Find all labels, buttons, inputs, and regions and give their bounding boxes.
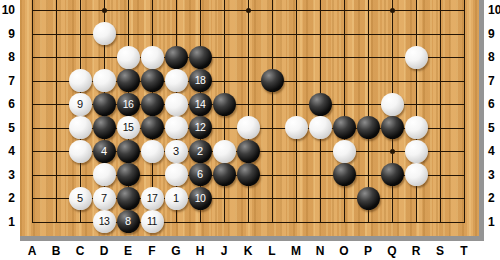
row-label-right: 4 bbox=[488, 143, 500, 159]
row-label-left: 6 bbox=[0, 96, 15, 112]
column-label: O bbox=[332, 243, 356, 259]
row-label-right: 10 bbox=[488, 2, 500, 18]
white-stone[interactable] bbox=[141, 46, 164, 69]
black-stone[interactable] bbox=[333, 116, 356, 139]
black-stone[interactable]: 6 bbox=[189, 163, 212, 186]
white-stone[interactable]: 5 bbox=[69, 187, 92, 210]
black-stone[interactable] bbox=[93, 93, 116, 116]
black-stone[interactable] bbox=[117, 187, 140, 210]
white-stone[interactable]: 13 bbox=[93, 210, 116, 233]
black-stone[interactable]: 18 bbox=[189, 69, 212, 92]
column-label: B bbox=[44, 243, 68, 259]
black-stone[interactable] bbox=[381, 163, 404, 186]
white-stone[interactable] bbox=[405, 116, 428, 139]
white-stone[interactable]: 9 bbox=[69, 93, 92, 116]
move-number-label: 5 bbox=[69, 187, 92, 210]
white-stone[interactable] bbox=[93, 22, 116, 45]
black-stone[interactable] bbox=[141, 93, 164, 116]
go-board-app: 189161415124326571711013811 101099887766… bbox=[0, 0, 500, 260]
move-number-label: 7 bbox=[93, 187, 116, 210]
column-label: C bbox=[68, 243, 92, 259]
move-number-label: 3 bbox=[165, 140, 188, 163]
black-stone[interactable] bbox=[261, 69, 284, 92]
black-stone[interactable] bbox=[141, 69, 164, 92]
white-stone[interactable] bbox=[141, 140, 164, 163]
white-stone[interactable] bbox=[93, 69, 116, 92]
move-number-label: 18 bbox=[189, 69, 212, 92]
row-label-right: 5 bbox=[488, 120, 500, 136]
column-label: Q bbox=[380, 243, 404, 259]
white-stone[interactable]: 7 bbox=[93, 187, 116, 210]
black-stone[interactable] bbox=[117, 163, 140, 186]
column-label: F bbox=[140, 243, 164, 259]
black-stone[interactable] bbox=[309, 93, 332, 116]
row-label-right: 2 bbox=[488, 190, 500, 206]
move-number-label: 16 bbox=[117, 93, 140, 116]
white-stone[interactable]: 11 bbox=[141, 210, 164, 233]
black-stone[interactable]: 12 bbox=[189, 116, 212, 139]
white-stone[interactable] bbox=[405, 140, 428, 163]
move-number-label: 2 bbox=[189, 140, 212, 163]
white-stone[interactable]: 3 bbox=[165, 140, 188, 163]
white-stone[interactable]: 15 bbox=[117, 116, 140, 139]
white-stone[interactable] bbox=[405, 163, 428, 186]
star-point bbox=[390, 149, 395, 154]
white-stone[interactable] bbox=[69, 116, 92, 139]
white-stone[interactable] bbox=[165, 69, 188, 92]
move-number-label: 15 bbox=[117, 116, 140, 139]
row-label-left: 9 bbox=[0, 26, 15, 42]
white-stone[interactable]: 1 bbox=[165, 187, 188, 210]
row-label-right: 9 bbox=[488, 26, 500, 42]
column-label: J bbox=[212, 243, 236, 259]
black-stone[interactable] bbox=[213, 93, 236, 116]
move-number-label: 17 bbox=[141, 187, 164, 210]
black-stone[interactable]: 14 bbox=[189, 93, 212, 116]
row-label-right: 3 bbox=[488, 167, 500, 183]
move-number-label: 11 bbox=[141, 210, 164, 233]
row-label-left: 5 bbox=[0, 120, 15, 136]
column-label: G bbox=[164, 243, 188, 259]
white-stone[interactable] bbox=[381, 93, 404, 116]
white-stone[interactable] bbox=[165, 163, 188, 186]
black-stone[interactable] bbox=[357, 187, 380, 210]
move-number-label: 13 bbox=[93, 210, 116, 233]
row-label-left: 7 bbox=[0, 73, 15, 89]
black-stone[interactable]: 8 bbox=[117, 210, 140, 233]
star-point bbox=[246, 8, 251, 13]
row-label-left: 3 bbox=[0, 167, 15, 183]
row-label-left: 10 bbox=[0, 2, 15, 18]
white-stone[interactable] bbox=[405, 46, 428, 69]
white-stone[interactable] bbox=[165, 116, 188, 139]
black-stone[interactable] bbox=[357, 116, 380, 139]
move-number-label: 10 bbox=[189, 187, 212, 210]
column-label: P bbox=[356, 243, 380, 259]
column-label: H bbox=[188, 243, 212, 259]
black-stone[interactable] bbox=[237, 163, 260, 186]
move-number-label: 14 bbox=[189, 93, 212, 116]
column-label: A bbox=[20, 243, 44, 259]
move-number-label: 9 bbox=[69, 93, 92, 116]
column-label: N bbox=[308, 243, 332, 259]
white-stone[interactable] bbox=[93, 163, 116, 186]
white-stone[interactable] bbox=[309, 116, 332, 139]
move-number-label: 12 bbox=[189, 116, 212, 139]
white-stone[interactable] bbox=[213, 140, 236, 163]
black-stone[interactable] bbox=[189, 46, 212, 69]
move-number-label: 8 bbox=[117, 210, 140, 233]
black-stone[interactable]: 2 bbox=[189, 140, 212, 163]
black-stone[interactable] bbox=[117, 69, 140, 92]
white-stone[interactable] bbox=[69, 140, 92, 163]
move-number-label: 6 bbox=[189, 163, 212, 186]
column-label: M bbox=[284, 243, 308, 259]
white-stone[interactable] bbox=[237, 116, 260, 139]
column-label: D bbox=[92, 243, 116, 259]
black-stone[interactable]: 16 bbox=[117, 93, 140, 116]
go-board[interactable]: 189161415124326571711013811 bbox=[20, 0, 484, 241]
row-label-left: 4 bbox=[0, 143, 15, 159]
row-label-left: 2 bbox=[0, 190, 15, 206]
row-label-right: 7 bbox=[488, 73, 500, 89]
black-stone[interactable] bbox=[333, 163, 356, 186]
move-number-label: 1 bbox=[165, 187, 188, 210]
column-label: E bbox=[116, 243, 140, 259]
row-label-right: 6 bbox=[488, 96, 500, 112]
black-stone[interactable] bbox=[381, 116, 404, 139]
column-label: L bbox=[260, 243, 284, 259]
white-stone[interactable] bbox=[117, 46, 140, 69]
white-stone[interactable] bbox=[69, 69, 92, 92]
row-label-left: 8 bbox=[0, 49, 15, 65]
black-stone[interactable]: 4 bbox=[93, 140, 116, 163]
black-stone[interactable] bbox=[117, 140, 140, 163]
black-stone[interactable] bbox=[237, 140, 260, 163]
white-stone[interactable]: 17 bbox=[141, 187, 164, 210]
move-number-label: 4 bbox=[93, 140, 116, 163]
stones-layer: 189161415124326571711013811 bbox=[20, 0, 476, 234]
row-label-right: 8 bbox=[488, 49, 500, 65]
black-stone[interactable] bbox=[165, 46, 188, 69]
column-label: R bbox=[404, 243, 428, 259]
black-stone[interactable] bbox=[141, 116, 164, 139]
column-label: K bbox=[236, 243, 260, 259]
black-stone[interactable]: 10 bbox=[189, 187, 212, 210]
star-point bbox=[390, 8, 395, 13]
white-stone[interactable] bbox=[285, 116, 308, 139]
white-stone[interactable] bbox=[333, 140, 356, 163]
white-stone[interactable] bbox=[165, 93, 188, 116]
black-stone[interactable] bbox=[93, 116, 116, 139]
column-label: S bbox=[428, 243, 452, 259]
column-label: T bbox=[452, 243, 476, 259]
row-label-left: 1 bbox=[0, 214, 15, 230]
row-label-right: 1 bbox=[488, 214, 500, 230]
star-point bbox=[102, 8, 107, 13]
black-stone[interactable] bbox=[213, 163, 236, 186]
